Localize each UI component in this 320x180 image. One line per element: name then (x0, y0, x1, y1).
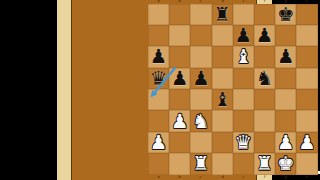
square-c5[interactable]: ♟ (190, 68, 211, 89)
square-c7[interactable] (190, 25, 211, 46)
square-h5[interactable] (296, 68, 317, 89)
file-label-e: e (239, 0, 249, 2)
square-h6[interactable] (296, 46, 317, 67)
square-e2[interactable]: ♛ (233, 132, 254, 153)
file-labels-bottom: abcdefgh (148, 174, 318, 180)
white-pawn-b3[interactable]: ♟ (171, 111, 188, 132)
white-rook-c1[interactable]: ♜ (192, 153, 209, 174)
file-label-g: g (281, 175, 291, 178)
white-queen-e2[interactable]: ♛ (235, 132, 252, 153)
square-e5[interactable] (233, 68, 254, 89)
square-a6[interactable]: ♟ (148, 46, 169, 67)
square-c3[interactable]: ♞ (190, 110, 211, 131)
square-e4[interactable] (233, 89, 254, 110)
square-a3[interactable] (148, 110, 169, 131)
square-d8[interactable]: ♜ (212, 4, 233, 25)
square-b8[interactable] (169, 4, 190, 25)
square-b4[interactable] (169, 89, 190, 110)
square-h3[interactable] (296, 110, 317, 131)
square-g7[interactable] (275, 25, 296, 46)
square-d2[interactable] (212, 132, 233, 153)
file-label-h: h (302, 175, 312, 178)
square-f3[interactable] (254, 110, 275, 131)
white-king-g1[interactable]: ♚ (277, 153, 294, 174)
black-rook-d8[interactable]: ♜ (213, 4, 230, 25)
square-g1[interactable]: ♚ (275, 153, 296, 174)
chessboard-frame: abcdefgh ♜♚♟♟♟♝♟♛♟♟♞♝♟♞♟♛♟♟♜♜♚ 87654321 … (71, 0, 257, 180)
square-a7[interactable] (148, 25, 169, 46)
black-pawn-a6[interactable]: ♟ (150, 46, 167, 67)
square-d4[interactable]: ♝ (212, 89, 233, 110)
square-b7[interactable] (169, 25, 190, 46)
file-label-h: h (302, 0, 312, 2)
white-pawn-g2[interactable]: ♟ (277, 132, 294, 153)
square-a2[interactable]: ♟ (148, 132, 169, 153)
square-e8[interactable] (233, 4, 254, 25)
file-label-f: f (260, 0, 270, 2)
video-frame: abcdefgh ♜♚♟♟♟♝♟♛♟♟♞♝♟♞♟♛♟♟♜♜♚ 87654321 … (0, 0, 320, 180)
square-b3[interactable]: ♟ (169, 110, 190, 131)
square-d1[interactable] (212, 153, 233, 174)
square-e3[interactable] (233, 110, 254, 131)
file-label-f: f (260, 175, 270, 178)
file-label-c: c (196, 0, 206, 2)
square-b6[interactable] (169, 46, 190, 67)
square-g8[interactable]: ♚ (275, 4, 296, 25)
black-pawn-b5[interactable]: ♟ (171, 68, 188, 89)
square-g5[interactable] (275, 68, 296, 89)
square-a8[interactable] (148, 4, 169, 25)
square-e1[interactable] (233, 153, 254, 174)
white-rook-f1[interactable]: ♜ (256, 153, 273, 174)
square-c8[interactable] (190, 4, 211, 25)
black-knight-f5[interactable]: ♞ (256, 68, 273, 89)
square-d5[interactable] (212, 68, 233, 89)
square-c2[interactable] (190, 132, 211, 153)
square-h4[interactable] (296, 89, 317, 110)
black-pawn-c5[interactable]: ♟ (192, 68, 209, 89)
square-f7[interactable]: ♟ (254, 25, 275, 46)
square-g6[interactable]: ♟ (275, 46, 296, 67)
square-g4[interactable] (275, 89, 296, 110)
square-b5[interactable]: ♟ (169, 68, 190, 89)
square-h2[interactable]: ♟ (296, 132, 317, 153)
file-label-d: d (217, 175, 227, 178)
square-f6[interactable] (254, 46, 275, 67)
file-label-b: b (175, 0, 185, 2)
black-pawn-f7[interactable]: ♟ (256, 25, 273, 46)
square-g2[interactable]: ♟ (275, 132, 296, 153)
file-label-d: d (217, 0, 227, 2)
square-f1[interactable]: ♜ (254, 153, 275, 174)
square-d6[interactable] (212, 46, 233, 67)
white-pawn-a2[interactable]: ♟ (150, 132, 167, 153)
square-g3[interactable] (275, 110, 296, 131)
square-a1[interactable] (148, 153, 169, 174)
square-a4[interactable] (148, 89, 169, 110)
square-c6[interactable] (190, 46, 211, 67)
square-d7[interactable] (212, 25, 233, 46)
square-b2[interactable] (169, 132, 190, 153)
file-label-e: e (239, 175, 249, 178)
black-queen-a5[interactable]: ♛ (150, 68, 167, 89)
square-f4[interactable] (254, 89, 275, 110)
square-a5[interactable]: ♛ (148, 68, 169, 89)
white-bishop-e6[interactable]: ♝ (235, 46, 252, 67)
square-c1[interactable]: ♜ (190, 153, 211, 174)
file-label-g: g (281, 0, 291, 2)
file-label-a: a (154, 175, 164, 178)
square-e7[interactable]: ♟ (233, 25, 254, 46)
white-knight-c3[interactable]: ♞ (192, 111, 209, 132)
square-e6[interactable]: ♝ (233, 46, 254, 67)
square-b1[interactable] (169, 153, 190, 174)
square-f2[interactable] (254, 132, 275, 153)
square-d3[interactable] (212, 110, 233, 131)
file-label-c: c (196, 175, 206, 178)
square-c4[interactable] (190, 89, 211, 110)
white-pawn-h2[interactable]: ♟ (298, 132, 315, 153)
square-h7[interactable] (296, 25, 317, 46)
square-f5[interactable]: ♞ (254, 68, 275, 89)
file-label-b: b (175, 175, 185, 178)
black-king-g8[interactable]: ♚ (277, 4, 294, 25)
file-label-a: a (154, 0, 164, 2)
black-pawn-g6[interactable]: ♟ (277, 46, 294, 67)
square-f8[interactable] (254, 4, 275, 25)
square-h8[interactable] (296, 4, 317, 25)
black-bishop-d4[interactable]: ♝ (213, 89, 230, 110)
square-h1[interactable] (296, 153, 317, 174)
chessboard: ♜♚♟♟♟♝♟♛♟♟♞♝♟♞♟♛♟♟♜♜♚ (148, 4, 318, 175)
black-pawn-e7[interactable]: ♟ (235, 25, 252, 46)
